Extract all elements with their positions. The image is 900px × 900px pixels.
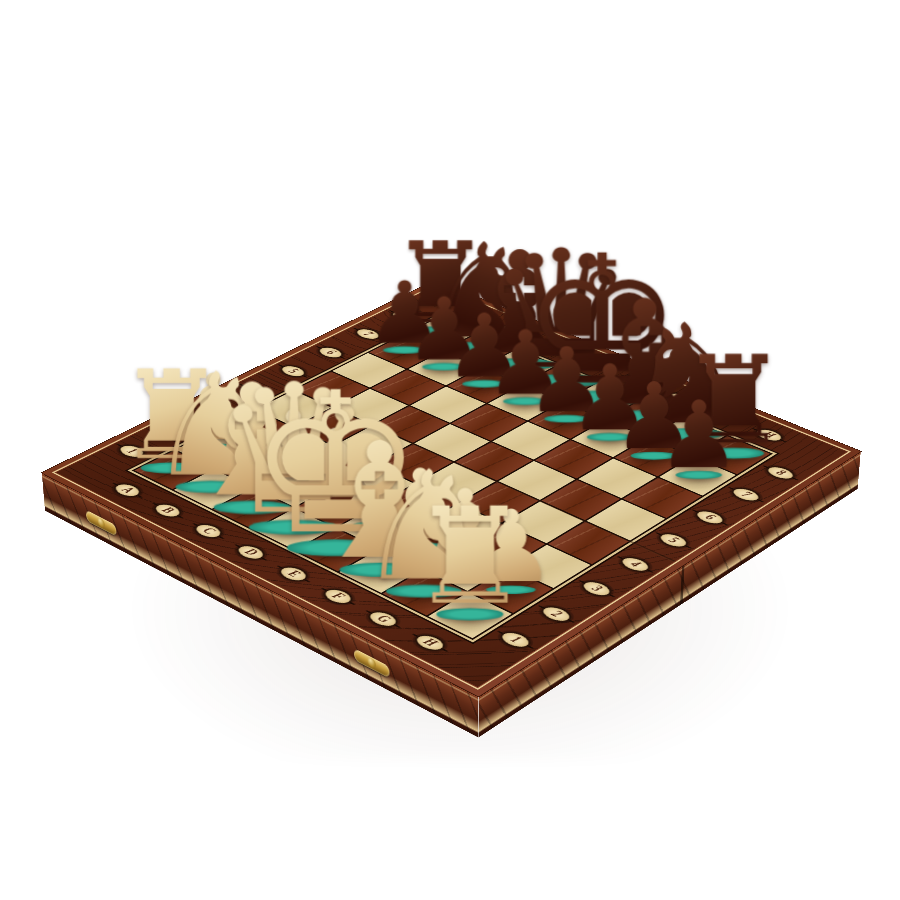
brass-hinge bbox=[354, 648, 390, 678]
scene: ABCDEFGH ABCDEFGH 87654321 87654321 ♜♞♝♛… bbox=[0, 0, 900, 900]
rank-label-1: 1 bbox=[494, 629, 536, 652]
dark-pawn-glyph: ♟ bbox=[657, 389, 740, 482]
brass-hinge bbox=[86, 509, 117, 536]
product-photo-chess-set: ABCDEFGH ABCDEFGH 87654321 87654321 ♜♞♝♛… bbox=[0, 0, 900, 900]
light-rook-glyph: ♜ bbox=[410, 490, 530, 624]
chess-board: ABCDEFGH ABCDEFGH 87654321 87654321 ♜♞♝♛… bbox=[42, 280, 861, 696]
